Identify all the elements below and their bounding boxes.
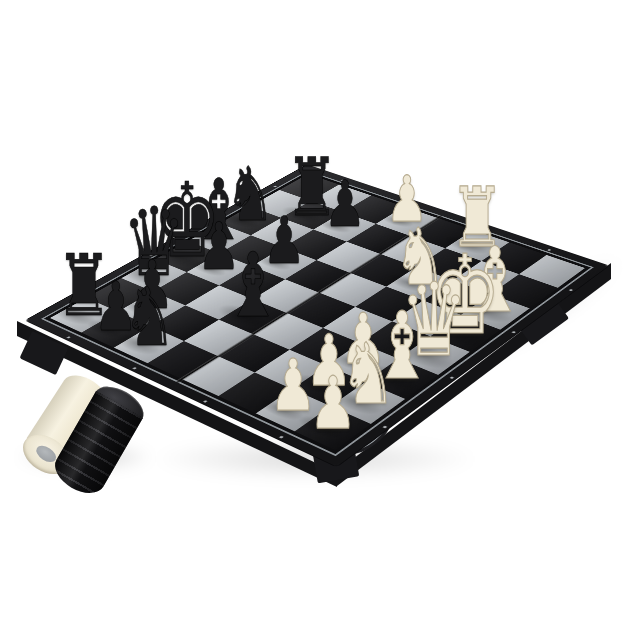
product-photo-scene: ♜♟♞♟♛♝♚♟♝♟♞♜♟♟♟♟♞♟♝♛♚♞♝♜♟ — [0, 0, 640, 640]
